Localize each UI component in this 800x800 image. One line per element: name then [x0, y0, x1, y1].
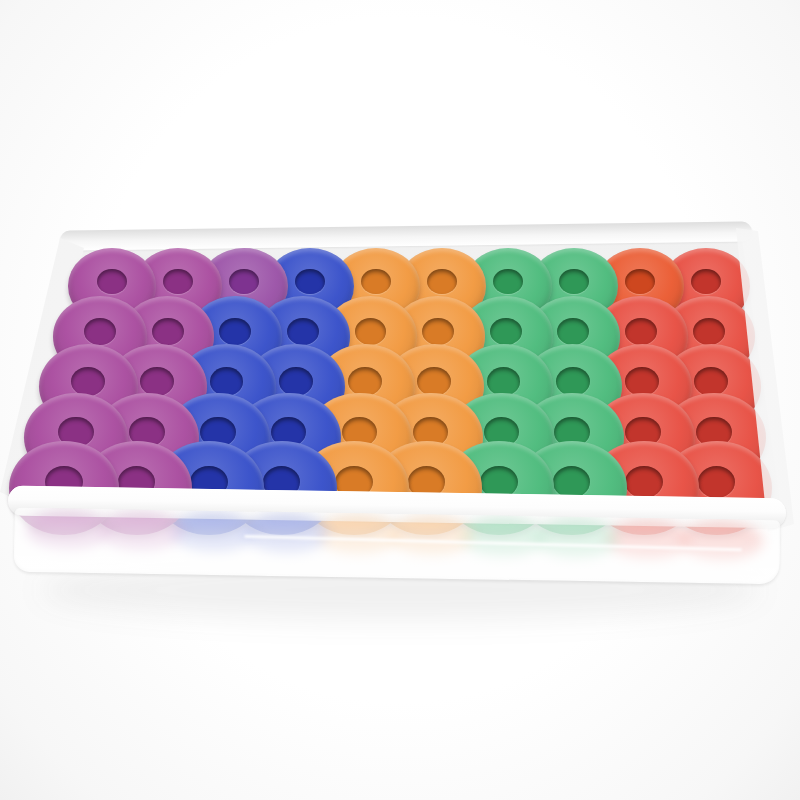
bobbin-hole — [427, 269, 457, 295]
bobbin-hole — [694, 367, 728, 396]
bobbin-hole — [97, 269, 127, 295]
bobbin-hole — [625, 318, 657, 345]
bobbin-hole — [219, 318, 251, 345]
bobbin-hole — [287, 318, 319, 345]
bobbin-hole — [559, 269, 589, 295]
bobbin-hole — [691, 269, 721, 295]
bobbin-hole — [698, 466, 735, 498]
bobbin-hole — [487, 367, 521, 396]
bobbin-hole — [295, 269, 325, 295]
bobbin-hole — [210, 367, 244, 396]
bobbin-hole — [348, 367, 382, 396]
bobbin-hole — [557, 318, 589, 345]
bobbin-hole — [163, 269, 193, 295]
bobbin-hole — [625, 466, 662, 498]
bobbin-hole — [229, 269, 259, 295]
bobbin-hole — [84, 318, 116, 345]
box-front-wall — [14, 508, 781, 585]
bobbin-hole — [71, 367, 105, 396]
bobbin-hole — [556, 367, 590, 396]
bobbin-hole — [417, 367, 451, 396]
bobbin-hole — [152, 318, 184, 345]
bobbin-hole — [693, 318, 725, 345]
bobbin-hole — [279, 367, 313, 396]
bobbin-hole — [361, 269, 391, 295]
bobbin-hole — [355, 318, 387, 345]
bobbin-grid — [0, 0, 800, 800]
bobbin-hole — [490, 318, 522, 345]
bobbin-hole — [553, 466, 590, 498]
bobbin-hole — [422, 318, 454, 345]
bobbin-hole — [625, 269, 655, 295]
bobbin-hole — [493, 269, 523, 295]
bobbin-hole — [140, 367, 174, 396]
bobbin-hole — [625, 367, 659, 396]
scene — [0, 0, 800, 800]
